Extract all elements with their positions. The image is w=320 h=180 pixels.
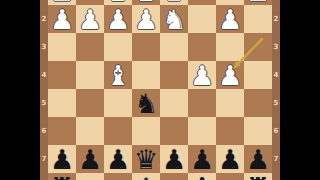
- square-h2[interactable]: ♟: [48, 5, 76, 33]
- square-d5[interactable]: [160, 89, 188, 117]
- rank-label-4: 4: [272, 61, 280, 89]
- square-e6[interactable]: [132, 117, 160, 145]
- square-h5[interactable]: [48, 89, 76, 117]
- square-c8[interactable]: ♝: [188, 173, 216, 180]
- square-e3[interactable]: [132, 33, 160, 61]
- rank-label-5: 5: [272, 89, 280, 117]
- square-d8[interactable]: [160, 173, 188, 180]
- square-f5[interactable]: [104, 89, 132, 117]
- square-f7[interactable]: ♟: [104, 145, 132, 173]
- square-g8[interactable]: [76, 173, 104, 180]
- square-f6[interactable]: [104, 117, 132, 145]
- square-h7[interactable]: ♟: [48, 145, 76, 173]
- rank-label-8: 8: [40, 173, 48, 180]
- square-b4[interactable]: ♟: [216, 61, 244, 89]
- square-b3[interactable]: [216, 33, 244, 61]
- square-b6[interactable]: [216, 117, 244, 145]
- black-pawn[interactable]: ♟: [162, 145, 186, 174]
- square-b5[interactable]: [216, 89, 244, 117]
- chess-board-area: ♜♝♚♛♜♟♟♟♟♞♟♝♟♟♞♟♟♟♛♟♟♟♟♜♚♝♜ 112233445566…: [40, 0, 280, 180]
- square-c3[interactable]: [188, 33, 216, 61]
- square-d7[interactable]: ♟: [160, 145, 188, 173]
- black-pawn[interactable]: ♟: [106, 145, 130, 174]
- square-b8[interactable]: [216, 173, 244, 180]
- square-e8[interactable]: ♚: [132, 173, 160, 180]
- square-d6[interactable]: [160, 117, 188, 145]
- black-rook[interactable]: ♜: [246, 173, 270, 180]
- white-pawn[interactable]: ♟: [218, 5, 242, 34]
- black-pawn[interactable]: ♟: [78, 145, 102, 174]
- rank-label-3: 3: [40, 33, 48, 61]
- rank-label-4: 4: [40, 61, 48, 89]
- black-bishop[interactable]: ♝: [190, 173, 214, 180]
- square-a7[interactable]: ♟: [244, 145, 272, 173]
- square-a4[interactable]: [244, 61, 272, 89]
- square-g7[interactable]: ♟: [76, 145, 104, 173]
- white-pawn[interactable]: ♟: [134, 5, 158, 34]
- square-d4[interactable]: [160, 61, 188, 89]
- square-f3[interactable]: [104, 33, 132, 61]
- black-pawn[interactable]: ♟: [246, 145, 270, 174]
- square-e5[interactable]: ♞: [132, 89, 160, 117]
- video-frame: ♜♝♚♛♜♟♟♟♟♞♟♝♟♟♞♟♟♟♛♟♟♟♟♜♚♝♜ 112233445566…: [0, 0, 320, 180]
- square-c2[interactable]: [188, 5, 216, 33]
- rank-label-5: 5: [40, 89, 48, 117]
- square-f8[interactable]: [104, 173, 132, 180]
- black-pawn[interactable]: ♟: [190, 145, 214, 174]
- square-d3[interactable]: [160, 33, 188, 61]
- square-g3[interactable]: [76, 33, 104, 61]
- white-pawn[interactable]: ♟: [78, 5, 102, 34]
- square-e4[interactable]: [132, 61, 160, 89]
- white-bishop[interactable]: ♝: [106, 61, 130, 90]
- square-h6[interactable]: [48, 117, 76, 145]
- square-a8[interactable]: ♜: [244, 173, 272, 180]
- square-g6[interactable]: [76, 117, 104, 145]
- rank-label-7: 7: [272, 145, 280, 173]
- square-g5[interactable]: [76, 89, 104, 117]
- square-a2[interactable]: [244, 5, 272, 33]
- white-pawn[interactable]: ♟: [190, 61, 214, 90]
- white-pawn[interactable]: ♟: [50, 5, 74, 34]
- rank-label-8: 8: [272, 173, 280, 180]
- white-pawn[interactable]: ♟: [218, 61, 242, 90]
- black-king[interactable]: ♚: [134, 173, 158, 180]
- square-h4[interactable]: [48, 61, 76, 89]
- square-c4[interactable]: ♟: [188, 61, 216, 89]
- square-d2[interactable]: ♞: [160, 5, 188, 33]
- square-c6[interactable]: [188, 117, 216, 145]
- square-h3[interactable]: [48, 33, 76, 61]
- white-knight[interactable]: ♞: [162, 5, 186, 34]
- rank-label-2: 2: [272, 5, 280, 33]
- square-c7[interactable]: ♟: [188, 145, 216, 173]
- square-c5[interactable]: [188, 89, 216, 117]
- chess-board: ♜♝♚♛♜♟♟♟♟♞♟♝♟♟♞♟♟♟♛♟♟♟♟♜♚♝♜: [48, 0, 272, 180]
- square-f4[interactable]: ♝: [104, 61, 132, 89]
- square-f2[interactable]: ♟: [104, 5, 132, 33]
- square-a3[interactable]: [244, 33, 272, 61]
- square-h8[interactable]: ♜: [48, 173, 76, 180]
- black-queen[interactable]: ♛: [134, 145, 158, 174]
- square-g2[interactable]: ♟: [76, 5, 104, 33]
- black-rook[interactable]: ♜: [50, 173, 74, 180]
- square-g4[interactable]: [76, 61, 104, 89]
- rank-label-6: 6: [40, 117, 48, 145]
- square-e2[interactable]: ♟: [132, 5, 160, 33]
- white-pawn[interactable]: ♟: [106, 5, 130, 34]
- square-e7[interactable]: ♛: [132, 145, 160, 173]
- rank-label-6: 6: [272, 117, 280, 145]
- black-pawn[interactable]: ♟: [218, 145, 242, 174]
- black-knight[interactable]: ♞: [134, 89, 158, 118]
- square-a5[interactable]: [244, 89, 272, 117]
- black-pawn[interactable]: ♟: [50, 145, 74, 174]
- rank-label-3: 3: [272, 33, 280, 61]
- rank-label-2: 2: [40, 5, 48, 33]
- rank-label-7: 7: [40, 145, 48, 173]
- square-a6[interactable]: [244, 117, 272, 145]
- square-b2[interactable]: ♟: [216, 5, 244, 33]
- square-b7[interactable]: ♟: [216, 145, 244, 173]
